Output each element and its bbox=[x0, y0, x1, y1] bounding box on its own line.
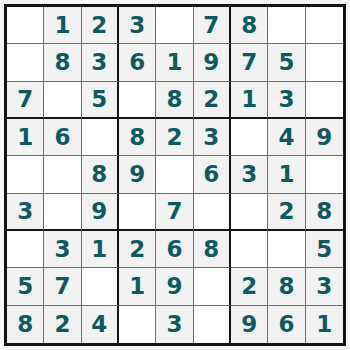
cell-r9c8[interactable]: 6 bbox=[268, 306, 305, 343]
cell-r3c7[interactable]: 1 bbox=[231, 82, 268, 119]
cell-r5c7[interactable]: 3 bbox=[231, 156, 268, 193]
cell-r7c6[interactable]: 8 bbox=[194, 231, 231, 268]
cell-r2c2[interactable]: 8 bbox=[44, 44, 81, 81]
cell-r4c3[interactable] bbox=[82, 119, 119, 156]
cell-r8c9[interactable]: 3 bbox=[306, 268, 343, 305]
cell-r8c4[interactable]: 1 bbox=[119, 268, 156, 305]
cell-r1c8[interactable] bbox=[268, 7, 305, 44]
cell-r2c8[interactable]: 5 bbox=[268, 44, 305, 81]
cell-r1c4[interactable]: 3 bbox=[119, 7, 156, 44]
cell-r8c1[interactable]: 5 bbox=[7, 268, 44, 305]
cell-r2c3[interactable]: 3 bbox=[82, 44, 119, 81]
cell-r2c6[interactable]: 9 bbox=[194, 44, 231, 81]
cell-r3c8[interactable]: 3 bbox=[268, 82, 305, 119]
cell-r7c2[interactable]: 3 bbox=[44, 231, 81, 268]
cell-r8c8[interactable]: 8 bbox=[268, 268, 305, 305]
cell-r1c6[interactable]: 7 bbox=[194, 7, 231, 44]
cell-r9c1[interactable]: 8 bbox=[7, 306, 44, 343]
cell-r8c6[interactable] bbox=[194, 268, 231, 305]
cell-r8c3[interactable] bbox=[82, 268, 119, 305]
cell-r3c6[interactable]: 2 bbox=[194, 82, 231, 119]
cell-r5c2[interactable] bbox=[44, 156, 81, 193]
cell-r4c2[interactable]: 6 bbox=[44, 119, 81, 156]
cell-r1c7[interactable]: 8 bbox=[231, 7, 268, 44]
cell-r4c7[interactable] bbox=[231, 119, 268, 156]
sudoku-page: 1237883619757582131682349896313972831268… bbox=[0, 0, 350, 350]
cell-r7c1[interactable] bbox=[7, 231, 44, 268]
cell-r4c5[interactable]: 2 bbox=[156, 119, 193, 156]
cell-r4c6[interactable]: 3 bbox=[194, 119, 231, 156]
cell-r9c6[interactable] bbox=[194, 306, 231, 343]
cell-r2c5[interactable]: 1 bbox=[156, 44, 193, 81]
cell-r7c7[interactable] bbox=[231, 231, 268, 268]
cell-r6c8[interactable]: 2 bbox=[268, 194, 305, 231]
cell-r5c5[interactable] bbox=[156, 156, 193, 193]
cell-r9c4[interactable] bbox=[119, 306, 156, 343]
cell-r1c9[interactable] bbox=[306, 7, 343, 44]
cell-r5c3[interactable]: 8 bbox=[82, 156, 119, 193]
cell-r7c3[interactable]: 1 bbox=[82, 231, 119, 268]
cell-r2c7[interactable]: 7 bbox=[231, 44, 268, 81]
cell-r9c3[interactable]: 4 bbox=[82, 306, 119, 343]
cell-r1c2[interactable]: 1 bbox=[44, 7, 81, 44]
cell-r8c7[interactable]: 2 bbox=[231, 268, 268, 305]
cell-r9c7[interactable]: 9 bbox=[231, 306, 268, 343]
cell-r5c4[interactable]: 9 bbox=[119, 156, 156, 193]
cell-r6c5[interactable]: 7 bbox=[156, 194, 193, 231]
cell-r1c5[interactable] bbox=[156, 7, 193, 44]
cell-r1c3[interactable]: 2 bbox=[82, 7, 119, 44]
cell-r4c1[interactable]: 1 bbox=[7, 119, 44, 156]
cell-r2c1[interactable] bbox=[7, 44, 44, 81]
cell-r6c6[interactable] bbox=[194, 194, 231, 231]
cell-r6c7[interactable] bbox=[231, 194, 268, 231]
cell-r3c1[interactable]: 7 bbox=[7, 82, 44, 119]
cell-r5c1[interactable] bbox=[7, 156, 44, 193]
cell-r6c9[interactable]: 8 bbox=[306, 194, 343, 231]
cell-r5c6[interactable]: 6 bbox=[194, 156, 231, 193]
cell-r2c9[interactable] bbox=[306, 44, 343, 81]
cell-r3c2[interactable] bbox=[44, 82, 81, 119]
cell-r9c9[interactable]: 1 bbox=[306, 306, 343, 343]
cell-r7c9[interactable]: 5 bbox=[306, 231, 343, 268]
cell-r9c2[interactable]: 2 bbox=[44, 306, 81, 343]
cell-r4c9[interactable]: 9 bbox=[306, 119, 343, 156]
cell-r6c4[interactable] bbox=[119, 194, 156, 231]
cell-r5c8[interactable]: 1 bbox=[268, 156, 305, 193]
cell-r3c5[interactable]: 8 bbox=[156, 82, 193, 119]
cell-r4c8[interactable]: 4 bbox=[268, 119, 305, 156]
cell-r4c4[interactable]: 8 bbox=[119, 119, 156, 156]
cell-r6c2[interactable] bbox=[44, 194, 81, 231]
sudoku-board: 1237883619757582131682349896313972831268… bbox=[4, 4, 346, 346]
cell-r9c5[interactable]: 3 bbox=[156, 306, 193, 343]
cell-r3c4[interactable] bbox=[119, 82, 156, 119]
cell-r3c3[interactable]: 5 bbox=[82, 82, 119, 119]
cell-r5c9[interactable] bbox=[306, 156, 343, 193]
cell-r6c3[interactable]: 9 bbox=[82, 194, 119, 231]
cell-r7c5[interactable]: 6 bbox=[156, 231, 193, 268]
cell-r7c4[interactable]: 2 bbox=[119, 231, 156, 268]
cell-r2c4[interactable]: 6 bbox=[119, 44, 156, 81]
cell-r8c2[interactable]: 7 bbox=[44, 268, 81, 305]
cell-r8c5[interactable]: 9 bbox=[156, 268, 193, 305]
cell-r7c8[interactable] bbox=[268, 231, 305, 268]
cell-r3c9[interactable] bbox=[306, 82, 343, 119]
cell-r1c1[interactable] bbox=[7, 7, 44, 44]
cell-r6c1[interactable]: 3 bbox=[7, 194, 44, 231]
